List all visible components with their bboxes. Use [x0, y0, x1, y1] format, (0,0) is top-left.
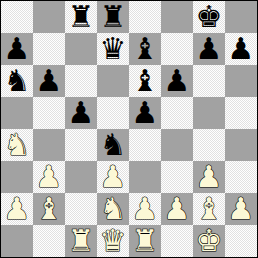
piece-black-pawn: ♟ [68, 97, 95, 129]
square-g8[interactable]: ♚ [193, 1, 225, 33]
square-f5[interactable] [161, 97, 193, 129]
square-g2[interactable]: ♝ [193, 193, 225, 225]
square-g5[interactable] [193, 97, 225, 129]
square-g1[interactable]: ♚ [193, 225, 225, 257]
square-f3[interactable] [161, 161, 193, 193]
square-d7[interactable]: ♛ [97, 33, 129, 65]
square-g7[interactable]: ♟ [193, 33, 225, 65]
square-d8[interactable]: ♜ [97, 1, 129, 33]
chess-board: ♜♜♚♟♛♝♟♟♞♟♝♟♟♟♞♞♟♟♟♟♝♞♟♟♝♟♜♛♜♚ [0, 0, 258, 258]
square-c2[interactable] [65, 193, 97, 225]
square-a6[interactable]: ♞ [1, 65, 33, 97]
piece-white-pawn: ♟ [100, 161, 127, 193]
piece-black-rook: ♜ [68, 1, 95, 33]
piece-white-queen: ♛ [100, 225, 127, 257]
square-a7[interactable]: ♟ [1, 33, 33, 65]
square-d2[interactable]: ♞ [97, 193, 129, 225]
square-a1[interactable] [1, 225, 33, 257]
square-a3[interactable] [1, 161, 33, 193]
square-b7[interactable] [33, 33, 65, 65]
square-b2[interactable]: ♝ [33, 193, 65, 225]
square-c5[interactable]: ♟ [65, 97, 97, 129]
square-g3[interactable]: ♟ [193, 161, 225, 193]
piece-black-knight: ♞ [4, 65, 31, 97]
square-f4[interactable] [161, 129, 193, 161]
square-e7[interactable]: ♝ [129, 33, 161, 65]
piece-black-pawn: ♟ [196, 33, 223, 65]
piece-black-bishop: ♝ [132, 65, 159, 97]
square-h7[interactable]: ♟ [225, 33, 257, 65]
square-h4[interactable] [225, 129, 257, 161]
square-g6[interactable] [193, 65, 225, 97]
square-e6[interactable]: ♝ [129, 65, 161, 97]
piece-white-knight: ♞ [100, 193, 127, 225]
square-c4[interactable] [65, 129, 97, 161]
square-e5[interactable]: ♟ [129, 97, 161, 129]
square-e1[interactable]: ♜ [129, 225, 161, 257]
square-h8[interactable] [225, 1, 257, 33]
square-d1[interactable]: ♛ [97, 225, 129, 257]
piece-black-rook: ♜ [100, 1, 127, 33]
square-h5[interactable] [225, 97, 257, 129]
piece-white-pawn: ♟ [228, 193, 255, 225]
square-e8[interactable] [129, 1, 161, 33]
square-c6[interactable] [65, 65, 97, 97]
square-a2[interactable]: ♟ [1, 193, 33, 225]
square-d6[interactable] [97, 65, 129, 97]
square-h3[interactable] [225, 161, 257, 193]
piece-white-pawn: ♟ [132, 193, 159, 225]
square-d5[interactable] [97, 97, 129, 129]
piece-black-pawn: ♟ [36, 65, 63, 97]
piece-black-pawn: ♟ [228, 33, 255, 65]
square-h2[interactable]: ♟ [225, 193, 257, 225]
square-h6[interactable] [225, 65, 257, 97]
piece-white-bishop: ♝ [36, 193, 63, 225]
square-d3[interactable]: ♟ [97, 161, 129, 193]
square-b3[interactable]: ♟ [33, 161, 65, 193]
square-c3[interactable] [65, 161, 97, 193]
piece-black-pawn: ♟ [4, 33, 31, 65]
square-c8[interactable]: ♜ [65, 1, 97, 33]
piece-black-bishop: ♝ [132, 33, 159, 65]
square-f6[interactable]: ♟ [161, 65, 193, 97]
square-a4[interactable]: ♞ [1, 129, 33, 161]
square-f7[interactable] [161, 33, 193, 65]
piece-white-king: ♚ [196, 225, 223, 257]
piece-white-bishop: ♝ [196, 193, 223, 225]
piece-black-queen: ♛ [100, 33, 127, 65]
piece-black-pawn: ♟ [132, 97, 159, 129]
square-e4[interactable] [129, 129, 161, 161]
square-c7[interactable] [65, 33, 97, 65]
piece-black-king: ♚ [196, 1, 223, 33]
square-d4[interactable]: ♞ [97, 129, 129, 161]
square-c1[interactable]: ♜ [65, 225, 97, 257]
piece-black-pawn: ♟ [164, 65, 191, 97]
square-f2[interactable]: ♟ [161, 193, 193, 225]
square-h1[interactable] [225, 225, 257, 257]
piece-white-knight: ♞ [4, 129, 31, 161]
square-a8[interactable] [1, 1, 33, 33]
square-b4[interactable] [33, 129, 65, 161]
square-f8[interactable] [161, 1, 193, 33]
square-e3[interactable] [129, 161, 161, 193]
piece-white-pawn: ♟ [4, 193, 31, 225]
square-b6[interactable]: ♟ [33, 65, 65, 97]
piece-white-pawn: ♟ [196, 161, 223, 193]
piece-black-knight: ♞ [100, 129, 127, 161]
square-b1[interactable] [33, 225, 65, 257]
square-e2[interactable]: ♟ [129, 193, 161, 225]
piece-white-rook: ♜ [68, 225, 95, 257]
piece-white-pawn: ♟ [36, 161, 63, 193]
piece-white-rook: ♜ [132, 225, 159, 257]
piece-white-pawn: ♟ [164, 193, 191, 225]
square-b5[interactable] [33, 97, 65, 129]
square-a5[interactable] [1, 97, 33, 129]
square-g4[interactable] [193, 129, 225, 161]
square-f1[interactable] [161, 225, 193, 257]
square-b8[interactable] [33, 1, 65, 33]
